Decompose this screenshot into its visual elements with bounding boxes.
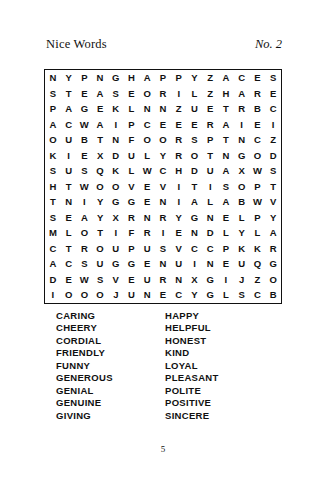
grid-cell-r4c9: E: [171, 117, 187, 133]
grid-cell-r9c8: N: [155, 194, 171, 210]
grid-cell-r4c10: E: [187, 117, 203, 133]
grid-cell-r4c5: I: [108, 117, 124, 133]
grid-cell-r7c10: D: [187, 163, 203, 179]
grid-cell-r15c7: N: [139, 287, 155, 303]
grid-cell-r5c2: U: [61, 132, 77, 148]
word-list-item: FUNNY: [56, 360, 113, 372]
grid-cell-r15c13: S: [234, 287, 250, 303]
grid-cell-r8c11: I: [202, 179, 218, 195]
grid-cell-r13c10: I: [187, 256, 203, 272]
grid-cell-r7c7: W: [139, 163, 155, 179]
word-list-item: SINCERE: [165, 410, 219, 422]
grid-cell-r2c10: L: [187, 86, 203, 102]
grid-cell-r14c15: O: [265, 272, 281, 288]
grid-cell-r5c6: F: [124, 132, 140, 148]
grid-cell-r1c12: A: [218, 70, 234, 86]
grid-cell-r3c1: P: [45, 101, 61, 117]
grid-cell-r8c5: O: [108, 179, 124, 195]
grid-cell-r3c7: N: [139, 101, 155, 117]
grid-cell-r3c5: K: [108, 101, 124, 117]
grid-cell-r1c3: P: [76, 70, 92, 86]
grid-cell-r15c11: G: [202, 287, 218, 303]
grid-cell-r2c13: A: [234, 86, 250, 102]
grid-cell-r3c9: Z: [171, 101, 187, 117]
word-list-column-1: CARINGCHEERYCORDIALFRIENDLYFUNNYGENEROUS…: [56, 310, 113, 422]
grid-cell-r9c9: I: [171, 194, 187, 210]
grid-cell-r2c11: Z: [202, 86, 218, 102]
grid-cell-r11c11: D: [202, 225, 218, 241]
grid-cell-r7c8: C: [155, 163, 171, 179]
grid-cell-r4c3: W: [76, 117, 92, 133]
page-number: 5: [0, 444, 326, 454]
grid-cell-r10c9: Y: [171, 210, 187, 226]
grid-cell-r10c8: R: [155, 210, 171, 226]
grid-cell-r11c2: L: [61, 225, 77, 241]
grid-cell-r5c12: T: [218, 132, 234, 148]
grid-cell-r13c8: N: [155, 256, 171, 272]
grid-cell-r14c12: I: [218, 272, 234, 288]
grid-cell-r12c11: C: [202, 241, 218, 257]
grid-cell-r2c9: I: [171, 86, 187, 102]
grid-cell-r9c3: I: [76, 194, 92, 210]
grid-cell-r12c2: T: [61, 241, 77, 257]
grid-cell-r1c11: Z: [202, 70, 218, 86]
grid-cell-r4c15: I: [265, 117, 281, 133]
grid-cell-r8c1: H: [45, 179, 61, 195]
grid-cell-r10c7: N: [139, 210, 155, 226]
grid-cell-r3c4: E: [92, 101, 108, 117]
grid-cell-r9c11: L: [202, 194, 218, 210]
grid-cell-r14c11: G: [202, 272, 218, 288]
grid-cell-r3c6: L: [124, 101, 140, 117]
grid-cell-r2c1: S: [45, 86, 61, 102]
grid-cell-r9c13: B: [234, 194, 250, 210]
grid-cell-r7c9: H: [171, 163, 187, 179]
grid-cell-r5c5: N: [108, 132, 124, 148]
grid-cell-r13c11: N: [202, 256, 218, 272]
grid-cell-r5c14: C: [250, 132, 266, 148]
grid-cell-r5c7: O: [139, 132, 155, 148]
grid-cell-r7c6: L: [124, 163, 140, 179]
grid-cell-r7c3: S: [76, 163, 92, 179]
grid-cell-r15c15: B: [265, 287, 281, 303]
page-header: Nice Words No. 2: [46, 37, 282, 52]
grid-cell-r2c4: A: [92, 86, 108, 102]
grid-cell-r9c10: A: [187, 194, 203, 210]
grid-cell-r8c14: P: [250, 179, 266, 195]
grid-cell-r10c3: A: [76, 210, 92, 226]
grid-cell-r15c4: O: [92, 287, 108, 303]
grid-cell-r9c1: T: [45, 194, 61, 210]
grid-cell-r6c8: Y: [155, 148, 171, 164]
grid-cell-r5c1: O: [45, 132, 61, 148]
grid-cell-r9c5: G: [108, 194, 124, 210]
grid-cell-r8c3: W: [76, 179, 92, 195]
grid-cell-r12c7: U: [139, 241, 155, 257]
grid-cell-r8c7: E: [139, 179, 155, 195]
grid-cell-r6c5: D: [108, 148, 124, 164]
grid-cell-r1c13: C: [234, 70, 250, 86]
grid-cell-r11c3: O: [76, 225, 92, 241]
grid-cell-r14c3: W: [76, 272, 92, 288]
grid-cell-r6c2: I: [61, 148, 77, 164]
grid-cell-r7c14: W: [250, 163, 266, 179]
grid-cell-r5c11: P: [202, 132, 218, 148]
grid-cell-r11c15: A: [265, 225, 281, 241]
grid-cell-r15c5: J: [108, 287, 124, 303]
grid-cell-r1c8: P: [155, 70, 171, 86]
word-list-item: LOYAL: [165, 360, 219, 372]
grid-cell-r11c10: N: [187, 225, 203, 241]
grid-cell-r11c8: I: [155, 225, 171, 241]
puzzle-title: Nice Words: [46, 37, 107, 52]
grid-cell-r6c3: E: [76, 148, 92, 164]
grid-cell-r12c15: R: [265, 241, 281, 257]
grid-cell-r5c15: Z: [265, 132, 281, 148]
grid-cell-r2c14: R: [250, 86, 266, 102]
grid-cell-r6c10: O: [187, 148, 203, 164]
grid-cell-r4c7: C: [139, 117, 155, 133]
grid-cell-r6c12: N: [218, 148, 234, 164]
grid-cell-r12c8: S: [155, 241, 171, 257]
grid-cell-r13c15: G: [265, 256, 281, 272]
grid-cell-r9c12: A: [218, 194, 234, 210]
grid-cell-r7c11: U: [202, 163, 218, 179]
grid-cell-r2c8: R: [155, 86, 171, 102]
grid-cell-r9c15: V: [265, 194, 281, 210]
grid-cell-r6c13: G: [234, 148, 250, 164]
grid-cell-r6c7: L: [139, 148, 155, 164]
grid-cell-r2c7: O: [139, 86, 155, 102]
grid-cell-r3c10: U: [187, 101, 203, 117]
word-list-item: HELPFUL: [165, 322, 219, 334]
grid-cell-r4c12: A: [218, 117, 234, 133]
grid-cell-r15c14: C: [250, 287, 266, 303]
grid-cell-r11c4: T: [92, 225, 108, 241]
grid-cell-r5c9: R: [171, 132, 187, 148]
grid-cell-r15c1: I: [45, 287, 61, 303]
word-list-item: FRIENDLY: [56, 347, 113, 359]
grid-cell-r15c6: U: [124, 287, 140, 303]
grid-cell-r1c5: G: [108, 70, 124, 86]
grid-cell-r5c8: O: [155, 132, 171, 148]
grid-cell-r4c8: E: [155, 117, 171, 133]
grid-cell-r14c4: S: [92, 272, 108, 288]
grid-cell-r8c12: S: [218, 179, 234, 195]
grid-cell-r6c15: D: [265, 148, 281, 164]
grid-cell-r9c2: N: [61, 194, 77, 210]
grid-cell-r2c15: E: [265, 86, 281, 102]
grid-cell-r3c15: C: [265, 101, 281, 117]
grid-cell-r9c7: E: [139, 194, 155, 210]
grid-cell-r9c4: Y: [92, 194, 108, 210]
grid-cell-r8c8: V: [155, 179, 171, 195]
word-list-item: KIND: [165, 347, 219, 359]
grid-cell-r1c4: N: [92, 70, 108, 86]
grid-cell-r13c14: Q: [250, 256, 266, 272]
grid-cell-r6c6: U: [124, 148, 140, 164]
grid-cell-r14c2: E: [61, 272, 77, 288]
grid-cell-r6c4: X: [92, 148, 108, 164]
grid-cell-r8c4: O: [92, 179, 108, 195]
grid-cell-r10c2: E: [61, 210, 77, 226]
grid-cell-r6c14: O: [250, 148, 266, 164]
word-list-column-2: HAPPYHELPFULHONESTKINDLOYALPLEASANTPOLIT…: [165, 310, 219, 422]
grid-cell-r6c1: K: [45, 148, 61, 164]
grid-cell-r8c9: I: [171, 179, 187, 195]
word-list-item: GENIAL: [56, 385, 113, 397]
grid-cell-r8c2: T: [61, 179, 77, 195]
grid-cell-r1c6: H: [124, 70, 140, 86]
grid-cell-r1c14: E: [250, 70, 266, 86]
grid-cell-r15c12: L: [218, 287, 234, 303]
grid-cell-r13c2: C: [61, 256, 77, 272]
grid-cell-r15c8: E: [155, 287, 171, 303]
grid-cell-r10c12: E: [218, 210, 234, 226]
grid-cell-r3c13: R: [234, 101, 250, 117]
grid-cell-r9c6: G: [124, 194, 140, 210]
grid-cell-r1c9: P: [171, 70, 187, 86]
grid-cell-r7c15: S: [265, 163, 281, 179]
grid-cell-r15c10: Y: [187, 287, 203, 303]
grid-cell-r14c10: X: [187, 272, 203, 288]
word-list-item: GIVING: [56, 410, 113, 422]
grid-cell-r11c6: F: [124, 225, 140, 241]
grid-cell-r6c9: R: [171, 148, 187, 164]
grid-cell-r7c5: K: [108, 163, 124, 179]
grid-cell-r13c5: G: [108, 256, 124, 272]
grid-cell-r8c6: V: [124, 179, 140, 195]
grid-cell-r12c3: R: [76, 241, 92, 257]
word-list-item: CHEERY: [56, 322, 113, 334]
grid-cell-r13c7: E: [139, 256, 155, 272]
grid-cell-r5c3: B: [76, 132, 92, 148]
grid-cell-r10c13: L: [234, 210, 250, 226]
grid-cell-r3c14: B: [250, 101, 266, 117]
grid-cell-r13c6: G: [124, 256, 140, 272]
grid-cell-r10c14: P: [250, 210, 266, 226]
grid-cell-r13c4: U: [92, 256, 108, 272]
grid-cell-r14c6: E: [124, 272, 140, 288]
grid-cell-r1c15: S: [265, 70, 281, 86]
grid-cell-r3c3: G: [76, 101, 92, 117]
grid-cell-r4c4: A: [92, 117, 108, 133]
puzzle-number: No. 2: [255, 37, 282, 52]
grid-cell-r13c9: U: [171, 256, 187, 272]
word-list-item: POSITIVE: [165, 397, 219, 409]
grid-cell-r3c12: T: [218, 101, 234, 117]
word-list-item: HONEST: [165, 335, 219, 347]
grid-cell-r10c10: G: [187, 210, 203, 226]
grid-cell-r2c12: H: [218, 86, 234, 102]
grid-cell-r10c6: R: [124, 210, 140, 226]
grid-cell-r4c14: E: [250, 117, 266, 133]
grid-cell-r14c8: R: [155, 272, 171, 288]
grid-cell-r11c5: I: [108, 225, 124, 241]
grid-cell-r6c11: T: [202, 148, 218, 164]
grid-cell-r1c7: A: [139, 70, 155, 86]
grid-cell-r11c12: L: [218, 225, 234, 241]
word-list-item: GENUINE: [56, 397, 113, 409]
grid-cell-r7c4: Q: [92, 163, 108, 179]
grid-cell-r5c10: S: [187, 132, 203, 148]
grid-cell-r14c9: N: [171, 272, 187, 288]
grid-cell-r8c13: O: [234, 179, 250, 195]
grid-cell-r8c10: T: [187, 179, 203, 195]
grid-cell-r13c1: A: [45, 256, 61, 272]
grid-cell-r3c2: A: [61, 101, 77, 117]
grid-cell-r12c13: K: [234, 241, 250, 257]
grid-cell-r11c13: Y: [234, 225, 250, 241]
grid-cell-r2c3: E: [76, 86, 92, 102]
word-list-item: CORDIAL: [56, 335, 113, 347]
grid-cell-r4c11: R: [202, 117, 218, 133]
puzzle-page: Nice Words No. 2 NYPNGHAPPYZACESSTEASEOR…: [0, 0, 326, 500]
word-list-item: PLEASANT: [165, 372, 219, 384]
word-list-item: HAPPY: [165, 310, 219, 322]
grid-cell-r5c4: T: [92, 132, 108, 148]
grid-cell-r4c13: I: [234, 117, 250, 133]
word-list-item: GENEROUS: [56, 372, 113, 384]
grid-cell-r4c6: P: [124, 117, 140, 133]
word-list-item: CARING: [56, 310, 113, 322]
word-search-grid: NYPNGHAPPYZACESSTEASEORILZHAREPAGEKLNNZU…: [44, 69, 282, 304]
grid-cell-r8c15: T: [265, 179, 281, 195]
grid-cell-r11c7: R: [139, 225, 155, 241]
grid-cell-r10c5: X: [108, 210, 124, 226]
grid-cell-r3c8: N: [155, 101, 171, 117]
grid-cell-r15c2: O: [61, 287, 77, 303]
grid-cell-r14c13: J: [234, 272, 250, 288]
grid-cell-r4c2: C: [61, 117, 77, 133]
grid-cell-r12c4: O: [92, 241, 108, 257]
grid-cell-r10c11: N: [202, 210, 218, 226]
grid-cell-r14c1: D: [45, 272, 61, 288]
word-list-item: POLITE: [165, 385, 219, 397]
grid-cell-r11c9: E: [171, 225, 187, 241]
grid-cell-r7c2: U: [61, 163, 77, 179]
grid-cell-r12c9: V: [171, 241, 187, 257]
grid-cell-r10c1: S: [45, 210, 61, 226]
grid-cell-r15c3: O: [76, 287, 92, 303]
grid-cell-r12c14: K: [250, 241, 266, 257]
grid-cell-r13c3: S: [76, 256, 92, 272]
grid-cell-r2c6: E: [124, 86, 140, 102]
grid-cell-r7c13: X: [234, 163, 250, 179]
grid-cell-r9c14: W: [250, 194, 266, 210]
grid-cell-r14c5: V: [108, 272, 124, 288]
grid-cell-r12c12: P: [218, 241, 234, 257]
grid-cell-r12c6: P: [124, 241, 140, 257]
grid-cell-r12c1: C: [45, 241, 61, 257]
grid-cell-r3c11: E: [202, 101, 218, 117]
grid-cell-r1c10: Y: [187, 70, 203, 86]
grid-cell-r2c5: S: [108, 86, 124, 102]
grid-cell-r1c1: N: [45, 70, 61, 86]
grid-cell-r14c14: Z: [250, 272, 266, 288]
grid-cell-r10c15: Y: [265, 210, 281, 226]
grid-cell-r11c14: L: [250, 225, 266, 241]
grid-cell-r7c1: S: [45, 163, 61, 179]
grid-cell-r11c1: M: [45, 225, 61, 241]
grid-cell-r10c4: Y: [92, 210, 108, 226]
grid-cell-r7c12: A: [218, 163, 234, 179]
grid-cell-r12c10: C: [187, 241, 203, 257]
grid-cell-r5c13: N: [234, 132, 250, 148]
grid-cell-r13c12: E: [218, 256, 234, 272]
grid-cell-r2c2: T: [61, 86, 77, 102]
grid-cell-r12c5: U: [108, 241, 124, 257]
grid-cell-r4c1: A: [45, 117, 61, 133]
grid-cell-r1c2: Y: [61, 70, 77, 86]
grid-cell-r15c9: C: [171, 287, 187, 303]
grid-cell-r13c13: U: [234, 256, 250, 272]
grid-cell-r14c7: U: [139, 272, 155, 288]
